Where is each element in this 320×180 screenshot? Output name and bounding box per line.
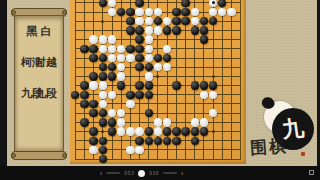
board-intersection[interactable] [190,35,199,44]
board-intersection[interactable] [209,99,218,108]
board-intersection[interactable] [117,63,126,72]
board-intersection[interactable] [144,72,153,81]
board-intersection[interactable] [172,145,181,154]
fullscreen-icon[interactable] [309,170,314,175]
board-intersection[interactable] [199,44,208,53]
board-intersection[interactable] [89,7,98,16]
board-intersection[interactable] [236,26,245,35]
board-intersection[interactable] [126,118,135,127]
board-intersection[interactable] [117,53,126,62]
board-intersection[interactable] [163,72,172,81]
board-intersection[interactable] [181,136,190,145]
board-intersection[interactable] [126,7,135,16]
board-intersection[interactable] [163,0,172,7]
board-intersection[interactable] [117,0,126,7]
board-intersection[interactable] [190,81,199,90]
board-intersection[interactable] [181,0,190,7]
board-intersection[interactable] [153,53,162,62]
board-intersection[interactable] [199,0,208,7]
board-intersection[interactable] [71,118,80,127]
board-intersection[interactable] [163,127,172,136]
board-intersection[interactable] [190,17,199,26]
board-intersection[interactable] [144,109,153,118]
board-intersection[interactable] [89,35,98,44]
board-intersection[interactable] [236,154,245,163]
board-intersection[interactable] [98,44,107,53]
board-intersection[interactable] [153,17,162,26]
board-intersection[interactable] [153,35,162,44]
board-intersection[interactable] [190,90,199,99]
board-intersection[interactable] [89,136,98,145]
board-intersection[interactable] [199,127,208,136]
board-intersection[interactable] [89,154,98,163]
board-intersection[interactable] [163,118,172,127]
board-intersection[interactable] [181,17,190,26]
board-intersection[interactable] [190,63,199,72]
board-intersection[interactable] [181,35,190,44]
board-intersection[interactable] [172,53,181,62]
board-intersection[interactable] [89,90,98,99]
board-intersection[interactable] [80,53,89,62]
go-board[interactable] [70,0,246,164]
board-intersection[interactable] [135,109,144,118]
board-intersection[interactable] [80,35,89,44]
board-intersection[interactable] [199,81,208,90]
board-intersection[interactable] [117,154,126,163]
board-intersection[interactable] [163,7,172,16]
board-intersection[interactable] [227,118,236,127]
board-intersection[interactable] [98,136,107,145]
toggle-knob[interactable] [138,170,145,177]
board-intersection[interactable] [71,72,80,81]
board-intersection[interactable] [163,44,172,53]
board-intersection[interactable] [80,63,89,72]
board-intersection[interactable] [126,145,135,154]
board-intersection[interactable] [89,109,98,118]
board-intersection[interactable] [190,145,199,154]
board-intersection[interactable] [227,35,236,44]
board-intersection[interactable] [218,90,227,99]
board-intersection[interactable] [153,145,162,154]
board-intersection[interactable] [172,0,181,7]
board-intersection[interactable] [218,81,227,90]
board-intersection[interactable] [153,72,162,81]
board-intersection[interactable] [98,99,107,108]
board-intersection[interactable] [126,53,135,62]
progress-track-left[interactable] [106,172,120,174]
board-intersection[interactable] [135,127,144,136]
board-intersection[interactable] [172,109,181,118]
board-intersection[interactable] [172,81,181,90]
board-intersection[interactable] [117,136,126,145]
board-intersection[interactable] [190,109,199,118]
board-intersection[interactable] [135,72,144,81]
board-intersection[interactable] [218,0,227,7]
board-intersection[interactable] [98,90,107,99]
board-intersection[interactable] [227,7,236,16]
board-intersection[interactable] [227,44,236,53]
board-intersection[interactable] [135,7,144,16]
board-intersection[interactable] [236,109,245,118]
board-intersection[interactable] [71,136,80,145]
board-intersection[interactable] [71,53,80,62]
board-intersection[interactable] [107,35,116,44]
board-intersection[interactable] [209,17,218,26]
board-intersection[interactable] [89,17,98,26]
board-intersection[interactable] [209,81,218,90]
board-intersection[interactable] [218,44,227,53]
board-intersection[interactable] [117,35,126,44]
board-intersection[interactable] [107,109,116,118]
board-intersection[interactable] [227,99,236,108]
board-intersection[interactable] [117,118,126,127]
board-intersection[interactable] [172,90,181,99]
board-intersection[interactable] [236,0,245,7]
board-intersection[interactable] [107,118,116,127]
board-intersection[interactable] [107,99,116,108]
board-intersection[interactable] [172,7,181,16]
board-intersection[interactable] [71,145,80,154]
board-intersection[interactable] [117,127,126,136]
board-intersection[interactable] [153,81,162,90]
board-intersection[interactable] [135,17,144,26]
board-intersection[interactable] [227,26,236,35]
board-intersection[interactable] [199,26,208,35]
board-intersection[interactable] [107,53,116,62]
board-intersection[interactable] [107,17,116,26]
board-intersection[interactable] [209,127,218,136]
board-intersection[interactable] [236,53,245,62]
board-intersection[interactable] [80,90,89,99]
board-intersection[interactable] [89,44,98,53]
board-intersection[interactable] [227,127,236,136]
board-intersection[interactable] [126,26,135,35]
board-intersection[interactable] [209,90,218,99]
board-intersection[interactable] [71,127,80,136]
board-intersection[interactable] [135,81,144,90]
board-intersection[interactable] [227,154,236,163]
board-intersection[interactable] [227,0,236,7]
board-intersection[interactable] [163,109,172,118]
board-intersection[interactable] [135,154,144,163]
board-intersection[interactable] [218,35,227,44]
progress-track-right[interactable] [163,172,177,174]
board-intersection[interactable] [227,53,236,62]
board-intersection[interactable] [172,26,181,35]
board-intersection[interactable] [163,145,172,154]
board-intersection[interactable] [172,44,181,53]
board-intersection[interactable] [199,118,208,127]
board-intersection[interactable] [163,63,172,72]
board-intersection[interactable] [126,109,135,118]
board-intersection[interactable] [126,136,135,145]
board-intersection[interactable] [126,44,135,53]
board-intersection[interactable] [153,136,162,145]
board-intersection[interactable] [209,109,218,118]
board-intersection[interactable] [98,63,107,72]
board-intersection[interactable] [71,81,80,90]
board-intersection[interactable] [172,136,181,145]
board-intersection[interactable] [89,26,98,35]
board-intersection[interactable] [236,127,245,136]
board-intersection[interactable] [107,136,116,145]
board-intersection[interactable] [89,118,98,127]
board-intersection[interactable] [163,99,172,108]
board-intersection[interactable] [199,99,208,108]
board-intersection[interactable] [209,53,218,62]
board-intersection[interactable] [163,90,172,99]
board-intersection[interactable] [190,7,199,16]
board-intersection[interactable] [236,81,245,90]
board-intersection[interactable] [107,72,116,81]
board-intersection[interactable] [218,99,227,108]
board-intersection[interactable] [218,17,227,26]
board-intersection[interactable] [144,63,153,72]
board-intersection[interactable] [98,118,107,127]
board-intersection[interactable] [98,0,107,7]
board-intersection[interactable] [163,154,172,163]
board-intersection[interactable] [181,145,190,154]
board-intersection[interactable] [117,99,126,108]
board-intersection[interactable] [209,0,218,7]
board-intersection[interactable] [172,99,181,108]
board-intersection[interactable] [190,136,199,145]
board-intersection[interactable] [172,17,181,26]
board-intersection[interactable] [236,145,245,154]
board-intersection[interactable] [190,44,199,53]
board-intersection[interactable] [80,99,89,108]
board-intersection[interactable] [71,63,80,72]
board-intersection[interactable] [218,136,227,145]
board-intersection[interactable] [218,26,227,35]
board-intersection[interactable] [135,44,144,53]
board-intersection[interactable] [107,90,116,99]
board-intersection[interactable] [199,154,208,163]
board-intersection[interactable] [107,63,116,72]
board-intersection[interactable] [190,154,199,163]
board-intersection[interactable] [236,7,245,16]
board-intersection[interactable] [153,154,162,163]
board-intersection[interactable] [98,109,107,118]
board-intersection[interactable] [227,90,236,99]
board-intersection[interactable] [209,7,218,16]
board-intersection[interactable] [218,7,227,16]
board-intersection[interactable] [135,145,144,154]
board-intersection[interactable] [126,35,135,44]
board-intersection[interactable] [153,127,162,136]
board-intersection[interactable] [144,17,153,26]
board-intersection[interactable] [117,145,126,154]
board-intersection[interactable] [117,72,126,81]
board-intersection[interactable] [236,63,245,72]
board-intersection[interactable] [181,99,190,108]
board-intersection[interactable] [153,109,162,118]
board-intersection[interactable] [218,145,227,154]
board-intersection[interactable] [144,53,153,62]
board-intersection[interactable] [144,81,153,90]
board-intersection[interactable] [236,35,245,44]
board-intersection[interactable] [181,127,190,136]
board-intersection[interactable] [218,154,227,163]
board-intersection[interactable] [126,72,135,81]
board-intersection[interactable] [227,109,236,118]
board-intersection[interactable] [153,0,162,7]
board-intersection[interactable] [126,63,135,72]
board-intersection[interactable] [71,154,80,163]
board-intersection[interactable] [144,145,153,154]
board-intersection[interactable] [144,35,153,44]
board-intersection[interactable] [172,35,181,44]
board-intersection[interactable] [117,90,126,99]
board-intersection[interactable] [89,81,98,90]
board-intersection[interactable] [107,44,116,53]
board-intersection[interactable] [80,81,89,90]
board-intersection[interactable] [71,17,80,26]
board-intersection[interactable] [80,17,89,26]
board-intersection[interactable] [98,72,107,81]
board-intersection[interactable] [199,35,208,44]
board-intersection[interactable] [209,145,218,154]
board-intersection[interactable] [117,81,126,90]
board-intersection[interactable] [107,0,116,7]
board-intersection[interactable] [209,44,218,53]
board-intersection[interactable] [117,26,126,35]
board-intersection[interactable] [199,7,208,16]
board-intersection[interactable] [107,81,116,90]
board-intersection[interactable] [89,0,98,7]
board-intersection[interactable] [172,63,181,72]
board-intersection[interactable] [209,72,218,81]
board-intersection[interactable] [227,136,236,145]
board-intersection[interactable] [190,72,199,81]
board-intersection[interactable] [144,44,153,53]
board-intersection[interactable] [144,99,153,108]
board-intersection[interactable] [71,26,80,35]
board-intersection[interactable] [218,63,227,72]
board-intersection[interactable] [181,26,190,35]
board-intersection[interactable] [153,7,162,16]
board-intersection[interactable] [80,7,89,16]
board-intersection[interactable] [135,63,144,72]
board-intersection[interactable] [144,90,153,99]
board-intersection[interactable] [80,0,89,7]
board-intersection[interactable] [89,145,98,154]
board-intersection[interactable] [117,17,126,26]
board-intersection[interactable] [190,53,199,62]
board-intersection[interactable] [135,53,144,62]
board-intersection[interactable] [209,118,218,127]
board-intersection[interactable] [153,63,162,72]
board-intersection[interactable] [190,99,199,108]
board-intersection[interactable] [135,90,144,99]
board-intersection[interactable] [163,35,172,44]
board-intersection[interactable] [227,63,236,72]
board-intersection[interactable] [144,118,153,127]
board-intersection[interactable] [71,35,80,44]
board-intersection[interactable] [107,127,116,136]
board-intersection[interactable] [218,127,227,136]
board-intersection[interactable] [181,72,190,81]
board-intersection[interactable] [126,17,135,26]
board-intersection[interactable] [190,127,199,136]
board-intersection[interactable] [227,72,236,81]
board-intersection[interactable] [135,35,144,44]
board-intersection[interactable] [71,109,80,118]
board-intersection[interactable] [199,90,208,99]
board-intersection[interactable] [98,17,107,26]
board-intersection[interactable] [218,109,227,118]
board-intersection[interactable] [126,127,135,136]
board-intersection[interactable] [71,99,80,108]
board-intersection[interactable] [236,136,245,145]
board-intersection[interactable] [227,145,236,154]
board-intersection[interactable] [172,154,181,163]
board-intersection[interactable] [199,17,208,26]
board-intersection[interactable] [227,81,236,90]
board-intersection[interactable] [71,44,80,53]
board-intersection[interactable] [199,72,208,81]
board-intersection[interactable] [236,99,245,108]
board-intersection[interactable] [89,63,98,72]
board-intersection[interactable] [117,7,126,16]
board-intersection[interactable] [163,53,172,62]
board-intersection[interactable] [153,44,162,53]
board-intersection[interactable] [163,17,172,26]
board-intersection[interactable] [190,0,199,7]
board-intersection[interactable] [135,99,144,108]
board-intersection[interactable] [153,118,162,127]
board-intersection[interactable] [98,81,107,90]
board-intersection[interactable] [135,26,144,35]
board-intersection[interactable] [236,44,245,53]
next-button[interactable]: › [181,170,183,177]
board-intersection[interactable] [117,109,126,118]
board-intersection[interactable] [181,81,190,90]
board-intersection[interactable] [181,7,190,16]
board-intersection[interactable] [80,127,89,136]
board-intersection[interactable] [89,127,98,136]
board-intersection[interactable] [80,154,89,163]
board-intersection[interactable] [172,127,181,136]
board-intersection[interactable] [144,7,153,16]
board-intersection[interactable] [218,118,227,127]
board-intersection[interactable] [218,72,227,81]
board-intersection[interactable] [163,26,172,35]
board-intersection[interactable] [126,90,135,99]
board-intersection[interactable] [71,7,80,16]
board-intersection[interactable] [181,109,190,118]
board-intersection[interactable] [135,118,144,127]
board-intersection[interactable] [89,72,98,81]
board-intersection[interactable] [80,44,89,53]
board-intersection[interactable] [98,35,107,44]
board-intersection[interactable] [163,81,172,90]
board-intersection[interactable] [80,145,89,154]
board-intersection[interactable] [153,90,162,99]
board-intersection[interactable] [190,118,199,127]
board-intersection[interactable] [227,17,236,26]
board-intersection[interactable] [181,90,190,99]
board-intersection[interactable] [199,109,208,118]
board-intersection[interactable] [98,26,107,35]
board-intersection[interactable] [80,136,89,145]
board-intersection[interactable] [144,154,153,163]
board-intersection[interactable] [98,145,107,154]
prev-button[interactable]: ‹ [100,170,102,177]
board-intersection[interactable] [163,136,172,145]
board-intersection[interactable] [172,118,181,127]
board-intersection[interactable] [80,109,89,118]
